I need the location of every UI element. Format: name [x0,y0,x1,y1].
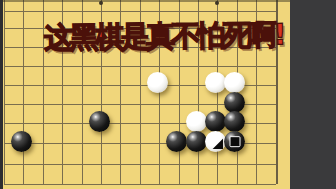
black-stone[interactable] [224,92,245,113]
white-stone[interactable] [205,131,226,152]
black-stone[interactable] [224,131,245,152]
white-stone[interactable] [147,72,168,93]
black-stone[interactable] [205,111,226,132]
letterbox-left [0,0,3,189]
white-stone[interactable] [205,72,226,93]
white-stone[interactable] [224,72,245,93]
black-stone[interactable] [11,131,32,152]
black-stone[interactable] [186,131,207,152]
black-stone[interactable] [224,111,245,132]
white-stone[interactable] [186,111,207,132]
last-move-square-marker [229,136,240,147]
triangle-marker [212,138,223,149]
video-frame: 这黑棋是真不怕死啊! [0,0,336,189]
black-stone[interactable] [89,111,110,132]
grid-line-h [4,66,276,67]
letterbox-right [290,0,336,189]
grid-line-h [4,11,276,12]
grid-line-h [4,164,276,165]
caption-text: 这黑棋是真不怕死啊! [44,15,284,58]
black-stone[interactable] [166,131,187,152]
grid-line-h [4,184,276,185]
top-edge-shade [0,0,290,2]
